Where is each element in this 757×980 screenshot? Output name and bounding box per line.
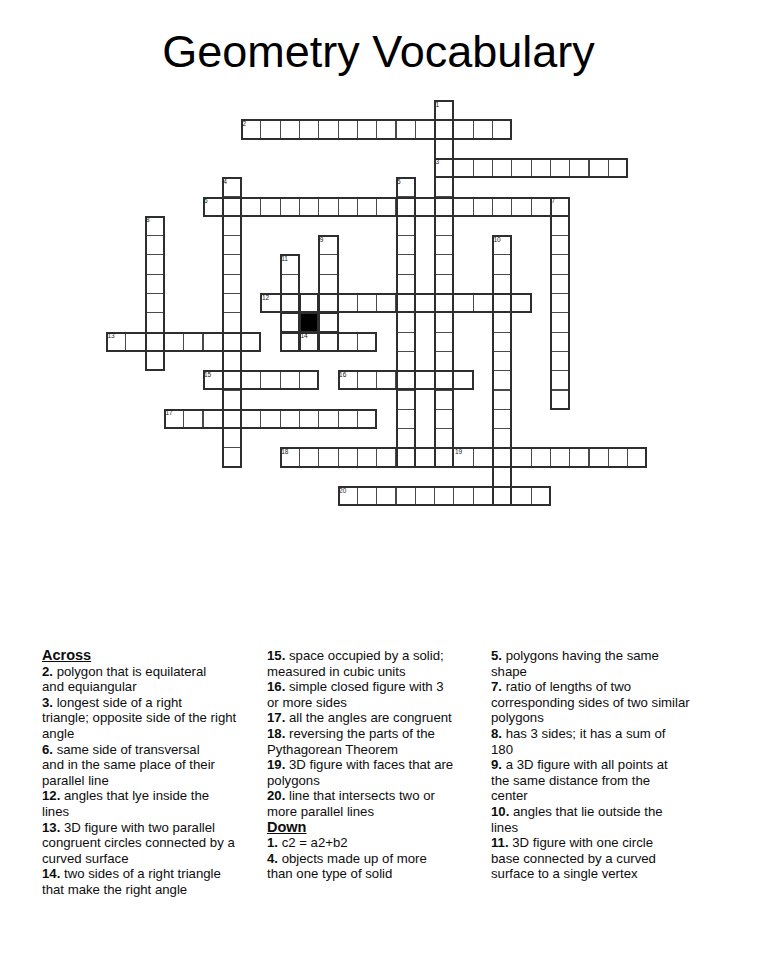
grid-cell	[145, 254, 165, 274]
grid-cell	[396, 370, 416, 390]
grid-cell	[357, 119, 377, 139]
grid-cell	[550, 197, 570, 217]
grid-cell	[241, 197, 261, 217]
grid-cell	[511, 197, 531, 217]
grid-cell	[318, 409, 338, 429]
grid-cell	[434, 197, 454, 217]
grid-cell	[338, 119, 358, 139]
grid-cell	[338, 332, 358, 352]
grid-cell	[396, 293, 416, 313]
grid-cell	[145, 274, 165, 294]
grid-cell	[569, 447, 589, 467]
grid-cell	[222, 312, 242, 332]
down-clues-list-1: 1. c2 = a2+b24. objects made up of more …	[267, 835, 493, 882]
grid-cell	[222, 216, 242, 236]
clue-number: 2.	[42, 664, 53, 679]
grid-cell	[627, 447, 647, 467]
grid-cell	[434, 409, 454, 429]
grid-cell	[550, 332, 570, 352]
grid-cell	[453, 119, 473, 139]
grid-cell	[183, 409, 203, 429]
grid-cell	[396, 235, 416, 255]
grid-cell	[453, 158, 473, 178]
grid-cell	[550, 235, 570, 255]
grid-cell	[550, 216, 570, 236]
grid-cell	[222, 447, 242, 467]
grid-cell	[145, 332, 165, 352]
clue: 2. polygon that is equilateral and equia…	[42, 664, 266, 695]
grid-cell	[396, 409, 416, 429]
clue: 9. a 3D figure with all points at the sa…	[491, 757, 719, 804]
grid-cell	[396, 254, 416, 274]
grid-cell	[280, 274, 300, 294]
grid-cell	[415, 119, 435, 139]
grid-cell	[299, 447, 319, 467]
grid-cell	[511, 293, 531, 313]
grid-cell	[125, 332, 145, 352]
clue-number: 9.	[491, 757, 502, 772]
clue-number: 20.	[267, 788, 285, 803]
grid-cell	[531, 197, 551, 217]
clue-number: 12.	[42, 788, 60, 803]
grid-cell	[318, 254, 338, 274]
grid-cell	[396, 332, 416, 352]
grid-cell	[434, 486, 454, 506]
grid-cell	[338, 293, 358, 313]
grid-cell	[222, 390, 242, 410]
clue: 6. same side of transversal and in the s…	[42, 742, 266, 789]
grid-cell	[396, 119, 416, 139]
grid-cell	[415, 447, 435, 467]
grid-cell	[203, 370, 223, 390]
grid-cell	[415, 486, 435, 506]
grid-cell	[473, 119, 493, 139]
grid-cell	[260, 119, 280, 139]
grid-cell	[376, 486, 396, 506]
clue: 5. polygons having the same shape	[491, 648, 719, 679]
grid-cell	[318, 293, 338, 313]
grid-cell	[434, 370, 454, 390]
grid-cell	[492, 158, 512, 178]
grid-cell	[376, 293, 396, 313]
grid-cell	[492, 447, 512, 467]
clue-number: 7.	[491, 679, 502, 694]
clue-number: 15.	[267, 648, 285, 663]
clue: 19. 3D figure with faces that are polygo…	[267, 757, 493, 788]
clue: 3. longest side of a right triangle; opp…	[42, 695, 266, 742]
grid-cell	[492, 486, 512, 506]
grid-cell	[453, 293, 473, 313]
grid-cell	[376, 197, 396, 217]
grid-cell	[396, 390, 416, 410]
grid-cell	[550, 312, 570, 332]
grid-cell	[241, 370, 261, 390]
grid-cell	[203, 409, 223, 429]
grid-cell	[473, 486, 493, 506]
grid-cell	[318, 447, 338, 467]
clue: 1. c2 = a2+b2	[267, 835, 493, 851]
grid-cell	[280, 409, 300, 429]
grid-cell	[473, 158, 493, 178]
clue-number: 1.	[267, 835, 278, 850]
grid-cell	[318, 235, 338, 255]
grid-cell	[222, 428, 242, 448]
grid-cell	[550, 351, 570, 371]
grid-cell	[203, 332, 223, 352]
clue-number: 5.	[491, 648, 502, 663]
clue: 17. all the angles are congruent	[267, 710, 493, 726]
grid-cell	[434, 428, 454, 448]
grid-cell	[299, 119, 319, 139]
grid-cell	[145, 293, 165, 313]
grid-cell	[550, 274, 570, 294]
grid-cell	[396, 216, 416, 236]
grid-cell	[589, 158, 609, 178]
grid-cell	[357, 293, 377, 313]
grid-cell	[241, 332, 261, 352]
grid-cell	[492, 332, 512, 352]
down-heading: Down	[267, 820, 493, 836]
grid-cell	[569, 158, 589, 178]
clue: 15. space occupied by a solid; measured …	[267, 648, 493, 679]
grid-cell	[492, 370, 512, 390]
grid-cell	[183, 332, 203, 352]
grid-cell	[376, 119, 396, 139]
grid-cell	[299, 197, 319, 217]
grid-cell	[434, 177, 454, 197]
grid-cell	[492, 351, 512, 371]
grid-cell	[241, 409, 261, 429]
grid-cell	[434, 332, 454, 352]
grid-cell	[222, 254, 242, 274]
clue-number: 11.	[491, 835, 509, 850]
grid-cell	[338, 197, 358, 217]
grid-cell	[280, 197, 300, 217]
grid-cell	[434, 139, 454, 159]
grid-cell	[492, 197, 512, 217]
grid-cell	[550, 370, 570, 390]
grid-cell	[434, 447, 454, 467]
grid-cell	[338, 447, 358, 467]
grid-cell	[280, 254, 300, 274]
grid-cell	[608, 158, 628, 178]
grid-cell	[434, 158, 454, 178]
clue: 8. has 3 sides; it has a sum of 180	[491, 726, 719, 757]
grid-cell	[473, 293, 493, 313]
grid-cell	[396, 486, 416, 506]
grid-cell	[241, 119, 261, 139]
grid-cell	[492, 312, 512, 332]
grid-cell	[492, 467, 512, 487]
clue-number: 17.	[267, 710, 285, 725]
grid-cell	[260, 370, 280, 390]
grid-cell	[434, 293, 454, 313]
grid-cell	[492, 254, 512, 274]
grid-cell	[434, 100, 454, 120]
grid-cell	[299, 370, 319, 390]
black-cell	[299, 312, 319, 332]
grid-cell	[145, 312, 165, 332]
grid-cell	[550, 293, 570, 313]
down-clues-list-2: 5. polygons having the same shape7. rati…	[491, 648, 719, 882]
grid-cell	[608, 447, 628, 467]
across-heading: Across	[42, 648, 266, 664]
grid-cell	[260, 197, 280, 217]
grid-cell	[222, 409, 242, 429]
across-clues-list-1: 2. polygon that is equilateral and equia…	[42, 664, 266, 898]
grid-cell	[222, 274, 242, 294]
grid-cell	[492, 119, 512, 139]
grid-cell	[434, 235, 454, 255]
grid-cell	[357, 447, 377, 467]
grid-cell	[338, 409, 358, 429]
clue: 13. 3D figure with two parallel congruen…	[42, 820, 266, 867]
grid-cell	[550, 158, 570, 178]
grid-cell	[434, 119, 454, 139]
grid-cell	[318, 119, 338, 139]
grid-cell	[396, 312, 416, 332]
grid-cell	[531, 158, 551, 178]
grid-cell	[589, 447, 609, 467]
grid-cell	[145, 216, 165, 236]
clue-number: 6.	[42, 742, 53, 757]
grid-cell	[260, 409, 280, 429]
grid-cell	[473, 197, 493, 217]
grid-cell	[106, 332, 126, 352]
grid-cell	[203, 197, 223, 217]
clue-number: 3.	[42, 695, 53, 710]
grid-cell	[453, 447, 473, 467]
grid-cell	[492, 390, 512, 410]
grid-cell	[531, 486, 551, 506]
clue: 11. 3D figure with one circle base conne…	[491, 835, 719, 882]
clue: 7. ratio of lengths of two corresponding…	[491, 679, 719, 726]
clue-number: 4.	[267, 851, 278, 866]
grid-cell	[357, 197, 377, 217]
clue-number: 10.	[491, 804, 509, 819]
grid-cell	[357, 409, 377, 429]
grid-cell	[318, 274, 338, 294]
clue-number: 14.	[42, 866, 60, 881]
grid-cell	[299, 409, 319, 429]
clue: 4. objects made up of more than one type…	[267, 851, 493, 882]
clue-number: 18.	[267, 726, 285, 741]
grid-cell	[453, 197, 473, 217]
grid-cell	[260, 293, 280, 313]
grid-cell	[473, 447, 493, 467]
clue: 18. reversing the parts of the Pythagore…	[267, 726, 493, 757]
grid-cell	[299, 293, 319, 313]
grid-cell	[357, 332, 377, 352]
grid-cell	[434, 274, 454, 294]
grid-cell	[280, 119, 300, 139]
grid-cell	[222, 332, 242, 352]
grid-cell	[318, 332, 338, 352]
grid-cell	[280, 312, 300, 332]
grid-cell	[511, 486, 531, 506]
grid-cell	[492, 428, 512, 448]
grid-cell	[434, 390, 454, 410]
clue-number: 13.	[42, 820, 60, 835]
grid-cell	[222, 370, 242, 390]
grid-cell	[280, 370, 300, 390]
grid-cell	[376, 370, 396, 390]
grid-cell	[415, 293, 435, 313]
middle-clues-column: 15. space occupied by a solid; measured …	[267, 648, 493, 882]
clue-number: 16.	[267, 679, 285, 694]
clue: 20. line that intersects two or more par…	[267, 788, 493, 819]
grid-cell	[415, 370, 435, 390]
grid-cell	[396, 447, 416, 467]
grid-cell	[434, 312, 454, 332]
grid-cell	[299, 332, 319, 352]
grid-cell	[222, 293, 242, 313]
grid-cell	[550, 254, 570, 274]
grid-cell	[492, 409, 512, 429]
grid-cell	[376, 447, 396, 467]
grid-cell	[511, 447, 531, 467]
grid-cell	[396, 274, 416, 294]
grid-cell	[222, 197, 242, 217]
grid-cell	[280, 447, 300, 467]
grid-cell	[550, 390, 570, 410]
grid-cell	[396, 351, 416, 371]
grid-cell	[550, 447, 570, 467]
grid-cell	[511, 158, 531, 178]
page-title: Geometry Vocabulary	[0, 26, 757, 78]
grid-cell	[492, 235, 512, 255]
grid-cell	[434, 216, 454, 236]
grid-cell	[280, 293, 300, 313]
grid-cell	[280, 332, 300, 352]
grid-cell	[434, 254, 454, 274]
grid-cell	[318, 197, 338, 217]
clue-number: 19.	[267, 757, 285, 772]
grid-cell	[357, 370, 377, 390]
grid-cell	[415, 197, 435, 217]
grid-cell	[222, 235, 242, 255]
grid-cell	[453, 370, 473, 390]
clue: 14. two sides of a right triangle that m…	[42, 866, 266, 897]
grid-cell	[531, 447, 551, 467]
grid-cell	[396, 197, 416, 217]
across-clues-column: Across 2. polygon that is equilateral an…	[42, 648, 266, 898]
clue-number: 8.	[491, 726, 502, 741]
down-clues-column: 5. polygons having the same shape7. rati…	[491, 648, 719, 882]
grid-cell	[453, 486, 473, 506]
grid-cell	[492, 274, 512, 294]
grid-cell	[434, 351, 454, 371]
grid-cell	[396, 177, 416, 197]
grid-cell	[164, 409, 184, 429]
across-clues-list-2: 15. space occupied by a solid; measured …	[267, 648, 493, 820]
clue: 12. angles that lye inside the lines	[42, 788, 266, 819]
clue: 16. simple closed figure with 3 or more …	[267, 679, 493, 710]
clue: 10. angles that lie outside the lines	[491, 804, 719, 835]
grid-cell	[318, 312, 338, 332]
grid-cell	[338, 370, 358, 390]
grid-cell	[145, 351, 165, 371]
grid-cell	[492, 293, 512, 313]
grid-cell	[222, 177, 242, 197]
grid-cell	[338, 486, 358, 506]
grid-cell	[145, 235, 165, 255]
grid-cell	[222, 351, 242, 371]
grid-cell	[164, 332, 184, 352]
grid-cell	[357, 486, 377, 506]
grid-cell	[396, 428, 416, 448]
